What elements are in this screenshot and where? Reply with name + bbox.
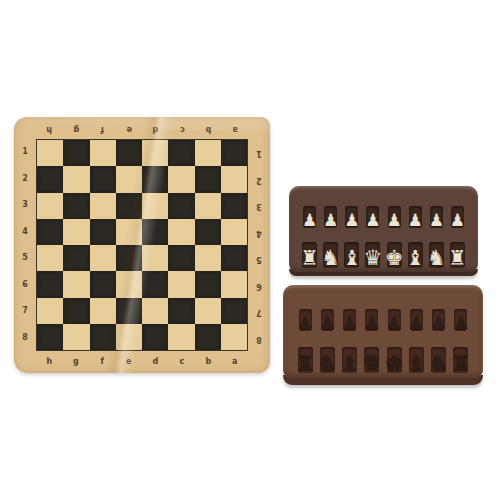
square-f1 (90, 140, 116, 166)
white-queen-piece: ♛ (364, 248, 383, 269)
square-b7 (195, 298, 221, 324)
rank-labels-right-label: 8 (252, 325, 266, 352)
tray-recess: ♟ (366, 206, 379, 228)
square-f2 (90, 166, 116, 192)
square-g1 (63, 140, 89, 166)
black-pawn-piece: ♟ (453, 315, 468, 332)
tray-recess: ♟ (324, 206, 337, 228)
white-piece-slot: ♛ (362, 228, 383, 268)
square-f6 (90, 271, 116, 297)
tray-recess: ♜ (298, 347, 313, 373)
chessboard-mat: hgfedcba 12345678 12345678 hgfedcba (14, 117, 270, 373)
square-f4 (90, 219, 116, 245)
white-piece-slot: ♞ (426, 228, 447, 268)
rank-labels-left-label: 4 (18, 219, 32, 246)
rank-labels-right-label: 1 (252, 139, 266, 166)
white-bishop-piece: ♝ (406, 248, 425, 269)
square-g4 (63, 219, 89, 245)
tray-recess: ♜ (453, 347, 468, 373)
white-piece-slot: ♜ (299, 228, 320, 268)
white-rook-piece: ♜ (300, 248, 319, 269)
tray-recess: ♟ (432, 309, 445, 331)
square-h2 (37, 166, 63, 192)
square-d5 (142, 245, 168, 271)
black-bishop-piece: ♝ (407, 353, 426, 374)
tray-recess: ♞ (429, 242, 444, 268)
tray-recess: ♝ (409, 347, 424, 373)
tray-recess: ♟ (343, 309, 356, 331)
square-g8 (63, 324, 89, 350)
square-h1 (37, 140, 63, 166)
square-d6 (142, 271, 168, 297)
tray-recess: ♟ (299, 309, 312, 331)
square-c6 (168, 271, 194, 297)
file-labels-bottom-label: d (142, 355, 169, 368)
tray-recess: ♟ (410, 309, 423, 331)
tray-recess: ♞ (431, 347, 446, 373)
black-piece-slot: ♟ (339, 292, 361, 331)
rank-labels-left-label: 7 (18, 298, 32, 325)
tray-recess: ♟ (321, 309, 334, 331)
black-knight-piece: ♞ (318, 353, 337, 374)
square-f3 (90, 193, 116, 219)
file-labels-bottom: hgfedcba (36, 355, 248, 368)
square-f8 (90, 324, 116, 350)
black-pawn-piece: ♟ (320, 315, 335, 332)
black-pieces-tray: ♟♟♟♟♟♟♟♟♜♞♝♛♚♝♞♜ (283, 285, 483, 385)
rank-labels-left-label: 5 (18, 245, 32, 272)
rank-labels-left-label: 2 (18, 166, 32, 193)
square-h5 (37, 245, 63, 271)
black-piece-slot: ♟ (294, 292, 316, 331)
white-knight-piece: ♞ (427, 248, 446, 269)
rank-labels-right-label: 3 (252, 192, 266, 219)
rank-labels-left-label: 3 (18, 192, 32, 219)
black-pawn-piece: ♟ (431, 315, 446, 332)
tray-recess: ♟ (451, 206, 464, 228)
file-labels-top-label: f (89, 123, 116, 136)
square-c4 (168, 219, 194, 245)
square-b3 (195, 193, 221, 219)
square-c3 (168, 193, 194, 219)
white-pawn-piece: ♟ (386, 212, 401, 229)
square-e3 (116, 193, 142, 219)
rank-labels-right-label: 6 (252, 272, 266, 299)
white-bishop-piece: ♝ (342, 248, 361, 269)
white-rook-piece: ♜ (448, 248, 467, 269)
white-pawn-piece: ♟ (365, 212, 380, 229)
square-e5 (116, 245, 142, 271)
file-labels-bottom-label: f (89, 355, 116, 368)
white-piece-slot: ♝ (341, 228, 362, 268)
white-pawn-piece: ♟ (408, 212, 423, 229)
square-g2 (63, 166, 89, 192)
white-king-piece: ♚ (385, 248, 404, 269)
black-rook-piece: ♜ (451, 353, 470, 374)
white-pawn-piece: ♟ (450, 212, 465, 229)
square-b2 (195, 166, 221, 192)
file-labels-top-label: e (116, 123, 143, 136)
square-f7 (90, 298, 116, 324)
tray-recess: ♟ (388, 309, 401, 331)
square-g7 (63, 298, 89, 324)
white-piece-slot: ♜ (447, 228, 468, 268)
white-piece-slot: ♟ (341, 192, 362, 228)
white-knight-piece: ♞ (321, 248, 340, 269)
square-b5 (195, 245, 221, 271)
white-pawn-piece: ♟ (429, 212, 444, 229)
square-a3 (221, 193, 247, 219)
tray-recess: ♜ (450, 242, 465, 268)
white-piece-slot: ♟ (384, 192, 405, 228)
square-e7 (116, 298, 142, 324)
tray-recess: ♝ (408, 242, 423, 268)
square-g5 (63, 245, 89, 271)
tray-recess: ♞ (323, 242, 338, 268)
square-e6 (116, 271, 142, 297)
tray-recess: ♟ (409, 206, 422, 228)
white-piece-slot: ♚ (384, 228, 405, 268)
tray-recess: ♟ (345, 206, 358, 228)
black-king-piece: ♚ (385, 353, 404, 374)
rank-labels-right-label: 7 (252, 298, 266, 325)
square-d8 (142, 324, 168, 350)
file-labels-bottom-label: a (222, 355, 249, 368)
white-pieces-tray: ♟♟♟♟♟♟♟♟♜♞♝♛♚♝♞♜ (289, 186, 478, 276)
white-piece-slot: ♟ (426, 192, 447, 228)
tray-recess: ♟ (454, 309, 467, 331)
square-b1 (195, 140, 221, 166)
square-c5 (168, 245, 194, 271)
square-d1 (142, 140, 168, 166)
square-h4 (37, 219, 63, 245)
file-labels-bottom-label: h (36, 355, 63, 368)
square-c2 (168, 166, 194, 192)
black-rook-piece: ♜ (296, 353, 315, 374)
black-knight-piece: ♞ (429, 353, 448, 374)
square-g3 (63, 193, 89, 219)
tray-recess: ♝ (342, 347, 357, 373)
square-d7 (142, 298, 168, 324)
black-piece-slot: ♟ (316, 292, 338, 331)
tray-recess: ♛ (364, 347, 379, 373)
tray-recess: ♚ (387, 347, 402, 373)
tray-recess: ♚ (387, 242, 402, 268)
white-pawn-piece: ♟ (323, 212, 338, 229)
square-b4 (195, 219, 221, 245)
file-labels-top-label: d (142, 123, 169, 136)
white-piece-slot: ♟ (299, 192, 320, 228)
square-c1 (168, 140, 194, 166)
file-labels-top-label: h (36, 123, 63, 136)
rank-labels-right-label: 2 (252, 166, 266, 193)
tray-recess: ♟ (365, 309, 378, 331)
white-piece-slot: ♟ (320, 192, 341, 228)
tray-recess: ♝ (344, 242, 359, 268)
file-labels-top: hgfedcba (36, 123, 248, 136)
square-d2 (142, 166, 168, 192)
square-e8 (116, 324, 142, 350)
file-labels-top-label: a (222, 123, 249, 136)
square-c7 (168, 298, 194, 324)
square-c8 (168, 324, 194, 350)
tray-recess: ♛ (365, 242, 380, 268)
square-a7 (221, 298, 247, 324)
square-a6 (221, 271, 247, 297)
square-f5 (90, 245, 116, 271)
rank-labels-left-label: 1 (18, 139, 32, 166)
tray-recess: ♞ (320, 347, 335, 373)
black-piece-slot: ♚ (383, 331, 405, 374)
square-h3 (37, 193, 63, 219)
rank-labels-left-label: 8 (18, 325, 32, 352)
black-pawn-piece: ♟ (342, 315, 357, 332)
file-labels-top-label: c (169, 123, 196, 136)
black-piece-slot: ♝ (339, 331, 361, 374)
tray-recess: ♟ (303, 206, 316, 228)
square-b8 (195, 324, 221, 350)
black-queen-piece: ♛ (362, 353, 381, 374)
black-tray-face: ♟♟♟♟♟♟♟♟♜♞♝♛♚♝♞♜ (283, 285, 483, 378)
square-h7 (37, 298, 63, 324)
white-piece-slot: ♝ (405, 228, 426, 268)
white-tray-face: ♟♟♟♟♟♟♟♟♜♞♝♛♚♝♞♜ (289, 186, 478, 272)
black-piece-slot: ♞ (428, 331, 450, 374)
black-piece-slot: ♞ (316, 331, 338, 374)
white-piece-slot: ♟ (362, 192, 383, 228)
rank-labels-right-label: 5 (252, 245, 266, 272)
black-bishop-piece: ♝ (340, 353, 359, 374)
white-piece-slot: ♟ (405, 192, 426, 228)
black-piece-slot: ♜ (450, 331, 472, 374)
square-b6 (195, 271, 221, 297)
white-piece-slot: ♞ (320, 228, 341, 268)
black-piece-slot: ♛ (361, 331, 383, 374)
chessboard-grid (36, 139, 248, 351)
square-a2 (221, 166, 247, 192)
file-labels-top-label: b (195, 123, 222, 136)
chess-set-product-photo: hgfedcba 12345678 12345678 hgfedcba ♟♟♟♟… (0, 0, 500, 500)
square-a4 (221, 219, 247, 245)
rank-labels-right-label: 4 (252, 219, 266, 246)
black-piece-slot: ♝ (405, 331, 427, 374)
black-piece-slot: ♟ (450, 292, 472, 331)
file-labels-top-label: g (63, 123, 90, 136)
square-g6 (63, 271, 89, 297)
rank-labels-left: 12345678 (18, 139, 32, 351)
tray-recess: ♟ (430, 206, 443, 228)
white-piece-slot: ♟ (447, 192, 468, 228)
black-piece-slot: ♟ (383, 292, 405, 331)
black-piece-slot: ♟ (405, 292, 427, 331)
file-labels-bottom-label: e (116, 355, 143, 368)
white-pawn-piece: ♟ (302, 212, 317, 229)
square-d4 (142, 219, 168, 245)
square-a5 (221, 245, 247, 271)
rank-labels-left-label: 6 (18, 272, 32, 299)
square-a1 (221, 140, 247, 166)
black-pawn-piece: ♟ (409, 315, 424, 332)
black-piece-slot: ♟ (428, 292, 450, 331)
file-labels-bottom-label: c (169, 355, 196, 368)
rank-labels-right: 12345678 (252, 139, 266, 351)
tray-recess: ♟ (388, 206, 401, 228)
square-h8 (37, 324, 63, 350)
square-d3 (142, 193, 168, 219)
file-labels-bottom-label: b (195, 355, 222, 368)
black-pawn-piece: ♟ (298, 315, 313, 332)
square-a8 (221, 324, 247, 350)
white-pawn-piece: ♟ (344, 212, 359, 229)
black-pawn-piece: ♟ (364, 315, 379, 332)
black-piece-slot: ♜ (294, 331, 316, 374)
square-e2 (116, 166, 142, 192)
file-labels-bottom-label: g (63, 355, 90, 368)
square-h6 (37, 271, 63, 297)
tray-recess: ♜ (302, 242, 317, 268)
square-e1 (116, 140, 142, 166)
black-pawn-piece: ♟ (387, 315, 402, 332)
square-e4 (116, 219, 142, 245)
black-piece-slot: ♟ (361, 292, 383, 331)
